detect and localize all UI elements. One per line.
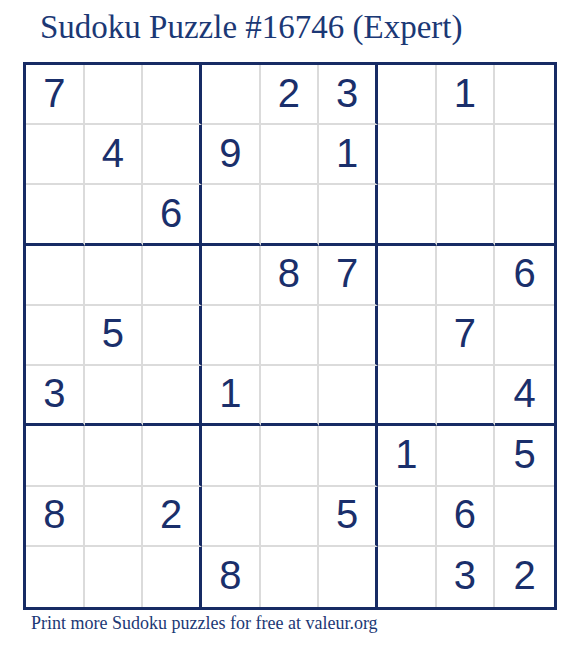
cell-r7c9[interactable]: 5 xyxy=(495,426,554,486)
cell-r4c5[interactable]: 8 xyxy=(261,246,320,306)
cell-r4c7[interactable] xyxy=(378,246,437,306)
cell-r1c9[interactable] xyxy=(495,65,554,125)
cell-r3c5[interactable] xyxy=(261,185,320,245)
cell-r5c1[interactable] xyxy=(26,306,85,366)
cell-r6c3[interactable] xyxy=(143,366,202,426)
cell-r6c1[interactable]: 3 xyxy=(26,366,85,426)
cell-r8c5[interactable] xyxy=(261,487,320,547)
cell-r2c6[interactable]: 1 xyxy=(319,125,378,185)
cell-r7c5[interactable] xyxy=(261,426,320,486)
footer-note: Print more Sudoku puzzles for free at va… xyxy=(31,613,378,635)
cell-r2c2[interactable]: 4 xyxy=(85,125,144,185)
sudoku-board: 7231491687657314158256832 xyxy=(23,62,557,610)
cell-r6c2[interactable] xyxy=(85,366,144,426)
cell-r3c2[interactable] xyxy=(85,185,144,245)
cell-r3c9[interactable] xyxy=(495,185,554,245)
cell-r9c6[interactable] xyxy=(319,547,378,607)
cell-r9c9[interactable]: 2 xyxy=(495,547,554,607)
cell-r2c1[interactable] xyxy=(26,125,85,185)
cell-r6c8[interactable] xyxy=(437,366,496,426)
cell-r7c3[interactable] xyxy=(143,426,202,486)
cell-r8c6[interactable]: 5 xyxy=(319,487,378,547)
cell-r5c8[interactable]: 7 xyxy=(437,306,496,366)
cell-r7c7[interactable]: 1 xyxy=(378,426,437,486)
cell-r5c3[interactable] xyxy=(143,306,202,366)
cell-r5c2[interactable]: 5 xyxy=(85,306,144,366)
cell-r8c4[interactable] xyxy=(202,487,261,547)
cell-r1c6[interactable]: 3 xyxy=(319,65,378,125)
cell-r1c1[interactable]: 7 xyxy=(26,65,85,125)
cell-r1c2[interactable] xyxy=(85,65,144,125)
cell-r4c8[interactable] xyxy=(437,246,496,306)
cell-r4c6[interactable]: 7 xyxy=(319,246,378,306)
cell-r2c9[interactable] xyxy=(495,125,554,185)
cell-r3c4[interactable] xyxy=(202,185,261,245)
cell-r1c5[interactable]: 2 xyxy=(261,65,320,125)
cell-r6c4[interactable]: 1 xyxy=(202,366,261,426)
cell-r2c3[interactable] xyxy=(143,125,202,185)
cell-r5c9[interactable] xyxy=(495,306,554,366)
cell-r5c7[interactable] xyxy=(378,306,437,366)
cell-r6c9[interactable]: 4 xyxy=(495,366,554,426)
cell-r8c2[interactable] xyxy=(85,487,144,547)
cell-r2c8[interactable] xyxy=(437,125,496,185)
cell-r9c7[interactable] xyxy=(378,547,437,607)
cell-r6c6[interactable] xyxy=(319,366,378,426)
cell-r5c6[interactable] xyxy=(319,306,378,366)
cell-r9c4[interactable]: 8 xyxy=(202,547,261,607)
cell-r4c9[interactable]: 6 xyxy=(495,246,554,306)
cell-r2c7[interactable] xyxy=(378,125,437,185)
cell-r7c1[interactable] xyxy=(26,426,85,486)
cell-r3c3[interactable]: 6 xyxy=(143,185,202,245)
cell-r8c7[interactable] xyxy=(378,487,437,547)
cell-r4c3[interactable] xyxy=(143,246,202,306)
cell-r3c6[interactable] xyxy=(319,185,378,245)
page-title: Sudoku Puzzle #16746 (Expert) xyxy=(40,8,463,48)
cell-r9c8[interactable]: 3 xyxy=(437,547,496,607)
cell-r3c7[interactable] xyxy=(378,185,437,245)
cell-r9c1[interactable] xyxy=(26,547,85,607)
cell-r3c1[interactable] xyxy=(26,185,85,245)
cell-r2c4[interactable]: 9 xyxy=(202,125,261,185)
cell-r1c3[interactable] xyxy=(143,65,202,125)
cell-r2c5[interactable] xyxy=(261,125,320,185)
cell-r5c4[interactable] xyxy=(202,306,261,366)
cell-r4c2[interactable] xyxy=(85,246,144,306)
cell-r8c1[interactable]: 8 xyxy=(26,487,85,547)
cell-r8c9[interactable] xyxy=(495,487,554,547)
cell-r1c7[interactable] xyxy=(378,65,437,125)
cell-r1c4[interactable] xyxy=(202,65,261,125)
cell-r4c1[interactable] xyxy=(26,246,85,306)
cell-r9c3[interactable] xyxy=(143,547,202,607)
cell-r7c6[interactable] xyxy=(319,426,378,486)
cell-r8c3[interactable]: 2 xyxy=(143,487,202,547)
cell-r6c5[interactable] xyxy=(261,366,320,426)
cell-r8c8[interactable]: 6 xyxy=(437,487,496,547)
cell-r7c8[interactable] xyxy=(437,426,496,486)
cell-r7c2[interactable] xyxy=(85,426,144,486)
cell-r3c8[interactable] xyxy=(437,185,496,245)
cell-r9c2[interactable] xyxy=(85,547,144,607)
cell-r6c7[interactable] xyxy=(378,366,437,426)
cell-r7c4[interactable] xyxy=(202,426,261,486)
cell-r4c4[interactable] xyxy=(202,246,261,306)
cell-r1c8[interactable]: 1 xyxy=(437,65,496,125)
cell-r9c5[interactable] xyxy=(261,547,320,607)
cell-r5c5[interactable] xyxy=(261,306,320,366)
